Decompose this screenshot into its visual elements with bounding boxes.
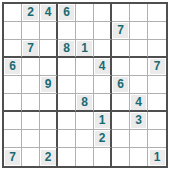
sudoku-cell-r2c3[interactable]: [40, 22, 58, 40]
sudoku-cell-r9c1: 7: [4, 148, 22, 166]
sudoku-cell-r3c8[interactable]: [130, 40, 148, 58]
sudoku-cell-r7c1[interactable]: [4, 112, 22, 130]
given-digit: 8: [59, 41, 74, 56]
sudoku-cell-r8c1[interactable]: [4, 130, 22, 148]
sudoku-cell-r9c9: 1: [148, 148, 166, 166]
sudoku-cell-r8c7[interactable]: [112, 130, 130, 148]
sudoku-cell-r1c5[interactable]: [76, 4, 94, 22]
sudoku-cell-r6c9[interactable]: [148, 94, 166, 112]
sudoku-cell-r7c7[interactable]: [112, 112, 130, 130]
sudoku-cell-r6c3[interactable]: [40, 94, 58, 112]
given-digit: 4: [131, 95, 146, 110]
sudoku-cell-r4c2[interactable]: [22, 58, 40, 76]
given-digit: 6: [5, 59, 20, 74]
sudoku-cell-r2c7: 7: [112, 22, 130, 40]
sudoku-cell-r8c8[interactable]: [130, 130, 148, 148]
sudoku-cell-r3c4: 8: [58, 40, 76, 58]
sudoku-cell-r4c3[interactable]: [40, 58, 58, 76]
sudoku-cell-r2c8[interactable]: [130, 22, 148, 40]
sudoku-cell-r6c1[interactable]: [4, 94, 22, 112]
sudoku-cell-r7c2[interactable]: [22, 112, 40, 130]
sudoku-cell-r1c4: 6: [58, 4, 76, 22]
sudoku-cell-r8c5[interactable]: [76, 130, 94, 148]
sudoku-cell-r8c6: 2: [94, 130, 112, 148]
sudoku-cell-r8c4[interactable]: [58, 130, 76, 148]
sudoku-cell-r3c9[interactable]: [148, 40, 166, 58]
sudoku-cell-r6c2[interactable]: [22, 94, 40, 112]
sudoku-cell-r9c2[interactable]: [22, 148, 40, 166]
given-digit: 3: [131, 113, 146, 128]
sudoku-cell-r6c4[interactable]: [58, 94, 76, 112]
sudoku-cell-r4c7[interactable]: [112, 58, 130, 76]
sudoku-cell-r5c6[interactable]: [94, 76, 112, 94]
sudoku-cell-r9c8[interactable]: [130, 148, 148, 166]
sudoku-cell-r2c1[interactable]: [4, 22, 22, 40]
sudoku-cell-r1c6[interactable]: [94, 4, 112, 22]
sudoku-board: 24677816479684132721: [2, 2, 168, 168]
given-digit: 6: [113, 77, 128, 92]
sudoku-cell-r9c5[interactable]: [76, 148, 94, 166]
sudoku-cell-r7c8: 3: [130, 112, 148, 130]
sudoku-cell-r5c1[interactable]: [4, 76, 22, 94]
sudoku-cell-r7c3[interactable]: [40, 112, 58, 130]
given-digit: 1: [150, 150, 165, 165]
sudoku-cell-r6c6[interactable]: [94, 94, 112, 112]
sudoku-cell-r4c4[interactable]: [58, 58, 76, 76]
sudoku-cell-r5c9[interactable]: [148, 76, 166, 94]
sudoku-cell-r1c2: 2: [22, 4, 40, 22]
sudoku-cell-r7c9[interactable]: [148, 112, 166, 130]
given-digit: 7: [23, 41, 38, 56]
sudoku-cell-r6c7[interactable]: [112, 94, 130, 112]
sudoku-cell-r4c5[interactable]: [76, 58, 94, 76]
sudoku-cell-r3c5: 1: [76, 40, 94, 58]
sudoku-cell-r1c1[interactable]: [4, 4, 22, 22]
sudoku-cell-r1c3: 4: [40, 4, 58, 22]
given-digit: 7: [5, 150, 20, 165]
given-digit: 4: [95, 59, 110, 74]
sudoku-cell-r5c4[interactable]: [58, 76, 76, 94]
sudoku-board-wrapper: 24677816479684132721: [0, 0, 170, 170]
given-digit: 4: [41, 5, 56, 20]
sudoku-cell-r3c1[interactable]: [4, 40, 22, 58]
given-digit: 1: [77, 41, 92, 56]
sudoku-cell-r6c8: 4: [130, 94, 148, 112]
sudoku-cell-r1c8[interactable]: [130, 4, 148, 22]
sudoku-cell-r3c3[interactable]: [40, 40, 58, 58]
given-digit: 6: [59, 5, 74, 20]
sudoku-cell-r5c3: 9: [40, 76, 58, 94]
sudoku-cell-r4c1: 6: [4, 58, 22, 76]
sudoku-cell-r5c2[interactable]: [22, 76, 40, 94]
given-digit: 2: [23, 5, 38, 20]
sudoku-cell-r2c2[interactable]: [22, 22, 40, 40]
sudoku-cell-r3c2: 7: [22, 40, 40, 58]
sudoku-cell-r8c9[interactable]: [148, 130, 166, 148]
sudoku-cell-r9c4[interactable]: [58, 148, 76, 166]
sudoku-cell-r7c5[interactable]: [76, 112, 94, 130]
sudoku-cell-r8c2[interactable]: [22, 130, 40, 148]
sudoku-cell-r4c9: 7: [148, 58, 166, 76]
sudoku-cell-r4c8[interactable]: [130, 58, 148, 76]
given-digit: 9: [41, 77, 56, 92]
sudoku-cell-r2c4[interactable]: [58, 22, 76, 40]
given-digit: 7: [113, 23, 128, 38]
given-digit: 2: [95, 131, 110, 146]
sudoku-cell-r3c6[interactable]: [94, 40, 112, 58]
given-digit: 1: [95, 113, 110, 128]
sudoku-cell-r9c3: 2: [40, 148, 58, 166]
sudoku-cell-r5c5[interactable]: [76, 76, 94, 94]
sudoku-cell-r7c4[interactable]: [58, 112, 76, 130]
given-digit: 7: [150, 59, 165, 74]
sudoku-cell-r8c3[interactable]: [40, 130, 58, 148]
sudoku-cell-r9c6[interactable]: [94, 148, 112, 166]
sudoku-cell-r4c6: 4: [94, 58, 112, 76]
sudoku-cell-r2c9[interactable]: [148, 22, 166, 40]
sudoku-cell-r1c9[interactable]: [148, 4, 166, 22]
given-digit: 2: [41, 150, 56, 165]
sudoku-cell-r9c7[interactable]: [112, 148, 130, 166]
sudoku-cell-r3c7[interactable]: [112, 40, 130, 58]
sudoku-cell-r5c8[interactable]: [130, 76, 148, 94]
sudoku-cell-r1c7[interactable]: [112, 4, 130, 22]
sudoku-cell-r5c7: 6: [112, 76, 130, 94]
sudoku-cell-r2c5[interactable]: [76, 22, 94, 40]
sudoku-cell-r6c5: 8: [76, 94, 94, 112]
given-digit: 8: [77, 95, 92, 110]
sudoku-cell-r7c6: 1: [94, 112, 112, 130]
sudoku-cell-r2c6[interactable]: [94, 22, 112, 40]
